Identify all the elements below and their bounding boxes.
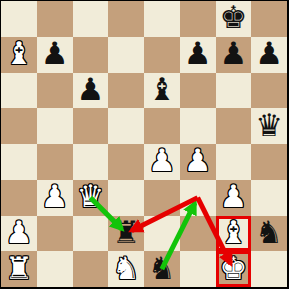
board-squares: ♚♝♟♟♟♟♟♝♛♟♟♟♛♟♟♜♝♞♜♞♞♚ <box>1 1 287 287</box>
square-d6[interactable] <box>108 73 144 109</box>
board-inner: ♚♝♟♟♟♟♟♝♛♟♟♟♛♟♟♜♝♞♜♞♞♚ <box>1 1 287 287</box>
square-g2[interactable]: ♝ <box>216 216 252 252</box>
square-a6[interactable] <box>1 73 37 109</box>
square-f3[interactable] <box>180 180 216 216</box>
black-pawn[interactable]: ♟ <box>255 38 283 69</box>
square-c3[interactable]: ♛ <box>73 180 109 216</box>
square-b3[interactable]: ♟ <box>37 180 73 216</box>
square-a5[interactable] <box>1 108 37 144</box>
square-a2[interactable]: ♟ <box>1 216 37 252</box>
black-knight[interactable]: ♞ <box>255 217 283 248</box>
square-d8[interactable] <box>108 1 144 37</box>
white-pawn[interactable]: ♟ <box>148 145 176 176</box>
square-c4[interactable] <box>73 144 109 180</box>
square-b1[interactable] <box>37 251 73 287</box>
white-rook[interactable]: ♜ <box>5 253 33 284</box>
chess-board: ♚♝♟♟♟♟♟♝♛♟♟♟♛♟♟♜♝♞♜♞♞♚ <box>0 0 289 289</box>
black-pawn[interactable]: ♟ <box>41 38 69 69</box>
square-f7[interactable]: ♟ <box>180 37 216 73</box>
square-f2[interactable] <box>180 216 216 252</box>
square-f5[interactable] <box>180 108 216 144</box>
black-king[interactable]: ♚ <box>219 2 247 33</box>
square-g6[interactable] <box>216 73 252 109</box>
square-c7[interactable] <box>73 37 109 73</box>
square-c5[interactable] <box>73 108 109 144</box>
square-e3[interactable] <box>144 180 180 216</box>
square-h2[interactable]: ♞ <box>251 216 287 252</box>
black-bishop[interactable]: ♝ <box>148 74 176 105</box>
square-c1[interactable] <box>73 251 109 287</box>
square-b8[interactable] <box>37 1 73 37</box>
square-g1[interactable]: ♚ <box>216 251 252 287</box>
square-h4[interactable] <box>251 144 287 180</box>
black-rook[interactable]: ♜ <box>112 217 140 248</box>
square-d4[interactable] <box>108 144 144 180</box>
white-pawn[interactable]: ♟ <box>219 181 247 212</box>
square-h8[interactable] <box>251 1 287 37</box>
square-g4[interactable] <box>216 144 252 180</box>
square-b4[interactable] <box>37 144 73 180</box>
white-knight[interactable]: ♞ <box>112 253 140 284</box>
square-c6[interactable]: ♟ <box>73 73 109 109</box>
square-g7[interactable]: ♟ <box>216 37 252 73</box>
black-pawn[interactable]: ♟ <box>76 74 104 105</box>
square-e5[interactable] <box>144 108 180 144</box>
square-c2[interactable] <box>73 216 109 252</box>
square-a1[interactable]: ♜ <box>1 251 37 287</box>
white-bishop[interactable]: ♝ <box>5 38 33 69</box>
white-pawn[interactable]: ♟ <box>41 181 69 212</box>
square-g5[interactable] <box>216 108 252 144</box>
square-b6[interactable] <box>37 73 73 109</box>
square-f6[interactable] <box>180 73 216 109</box>
square-h1[interactable] <box>251 251 287 287</box>
square-c8[interactable] <box>73 1 109 37</box>
black-pawn[interactable]: ♟ <box>219 38 247 69</box>
square-d5[interactable] <box>108 108 144 144</box>
square-e4[interactable]: ♟ <box>144 144 180 180</box>
square-e2[interactable] <box>144 216 180 252</box>
square-d1[interactable]: ♞ <box>108 251 144 287</box>
square-a4[interactable] <box>1 144 37 180</box>
square-h5[interactable]: ♛ <box>251 108 287 144</box>
square-g3[interactable]: ♟ <box>216 180 252 216</box>
square-h3[interactable] <box>251 180 287 216</box>
square-b7[interactable]: ♟ <box>37 37 73 73</box>
square-b2[interactable] <box>37 216 73 252</box>
white-queen[interactable]: ♛ <box>76 181 104 212</box>
square-d7[interactable] <box>108 37 144 73</box>
white-pawn[interactable]: ♟ <box>184 145 212 176</box>
black-queen[interactable]: ♛ <box>255 110 283 141</box>
square-g8[interactable]: ♚ <box>216 1 252 37</box>
square-h7[interactable]: ♟ <box>251 37 287 73</box>
square-d3[interactable] <box>108 180 144 216</box>
square-e6[interactable]: ♝ <box>144 73 180 109</box>
square-f8[interactable] <box>180 1 216 37</box>
square-f4[interactable]: ♟ <box>180 144 216 180</box>
square-f1[interactable] <box>180 251 216 287</box>
square-b5[interactable] <box>37 108 73 144</box>
square-h6[interactable] <box>251 73 287 109</box>
square-e1[interactable]: ♞ <box>144 251 180 287</box>
square-a3[interactable] <box>1 180 37 216</box>
square-e7[interactable] <box>144 37 180 73</box>
square-a7[interactable]: ♝ <box>1 37 37 73</box>
square-e8[interactable] <box>144 1 180 37</box>
black-pawn[interactable]: ♟ <box>184 38 212 69</box>
square-a8[interactable] <box>1 1 37 37</box>
white-bishop[interactable]: ♝ <box>219 217 247 248</box>
square-d2[interactable]: ♜ <box>108 216 144 252</box>
white-king[interactable]: ♚ <box>219 253 247 284</box>
white-pawn[interactable]: ♟ <box>5 217 33 248</box>
black-knight[interactable]: ♞ <box>148 253 176 284</box>
